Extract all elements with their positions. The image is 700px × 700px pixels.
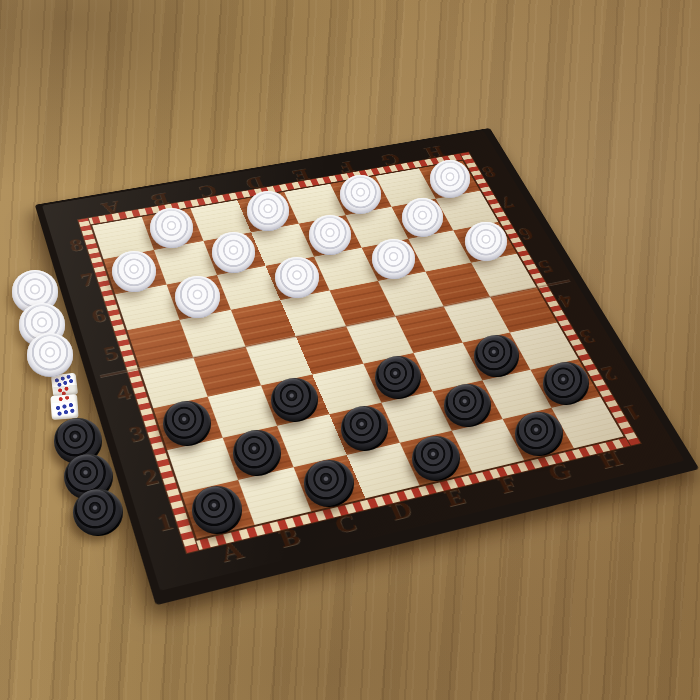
coordinate-label-8: 8 [67,234,86,256]
checker-white-d8[interactable] [247,191,289,230]
coordinate-label-2: 2 [139,463,161,492]
coordinate-label-8-far: 8 [479,162,500,181]
coordinate-label-1: 1 [153,507,176,537]
coordinate-label-g: G [543,457,576,486]
coordinate-label-a-far: A [99,197,123,219]
coordinate-label-5: 5 [101,341,122,366]
coordinate-label-f-far: F [335,157,358,177]
coordinate-label-b-far: B [149,189,172,210]
coordinate-label-a: A [216,536,247,569]
checker-black-a1[interactable] [192,486,242,533]
checker-white-b6[interactable] [175,276,220,318]
checker-white-reserve-3[interactable] [27,333,73,376]
checker-black-h2[interactable] [543,362,589,405]
coordinate-label-h-far: H [421,142,447,162]
coordinate-label-6-far: 6 [515,223,537,244]
coordinate-label-c-far: C [196,180,221,201]
die-2[interactable] [50,394,79,420]
coordinate-label-g-far: G [378,150,404,170]
checker-black-a3[interactable] [163,401,211,446]
coordinate-label-7: 7 [77,269,96,292]
coordinate-label-b: B [275,522,304,554]
checker-white-f6[interactable] [372,239,415,279]
checker-white-b8[interactable] [150,208,193,248]
coordinate-label-1-far: 1 [620,400,646,426]
checker-white-e7[interactable] [309,215,351,255]
checker-black-reserve-3[interactable] [73,489,123,536]
coordinate-label-e-far: E [289,165,313,185]
checker-white-f8[interactable] [340,175,381,214]
checker-black-g1[interactable] [515,412,562,456]
coordinate-label-4-far: 4 [555,290,579,313]
coordinate-label-7-far: 7 [497,192,519,212]
table-surface: AA88BB77CC66DD55EE44FF33GG22HH11 [0,0,700,700]
checker-black-e3[interactable] [375,356,421,399]
checker-white-a7[interactable] [112,251,156,292]
coordinate-label-4: 4 [113,380,134,406]
coordinate-label-c: C [330,509,361,540]
checker-white-h6[interactable] [465,222,507,262]
checker-black-f2[interactable] [444,384,491,428]
coordinate-label-6: 6 [89,304,109,328]
coordinate-label-2-far: 2 [597,361,622,386]
checker-black-c1[interactable] [304,460,353,506]
checker-white-c7[interactable] [212,232,255,273]
coordinate-label-3: 3 [126,421,148,448]
coordinate-label-f: F [493,470,522,499]
coordinate-label-3-far: 3 [575,325,599,349]
coordinate-label-d: D [385,495,416,526]
checker-black-b2[interactable] [233,430,282,476]
coordinate-label-h: H [593,445,626,474]
coordinate-label-5-far: 5 [534,256,557,278]
checker-black-c3[interactable] [271,378,318,422]
checker-white-h8[interactable] [430,160,470,198]
coordinate-label-d-far: D [243,173,268,194]
coordinate-label-e: E [440,483,470,513]
